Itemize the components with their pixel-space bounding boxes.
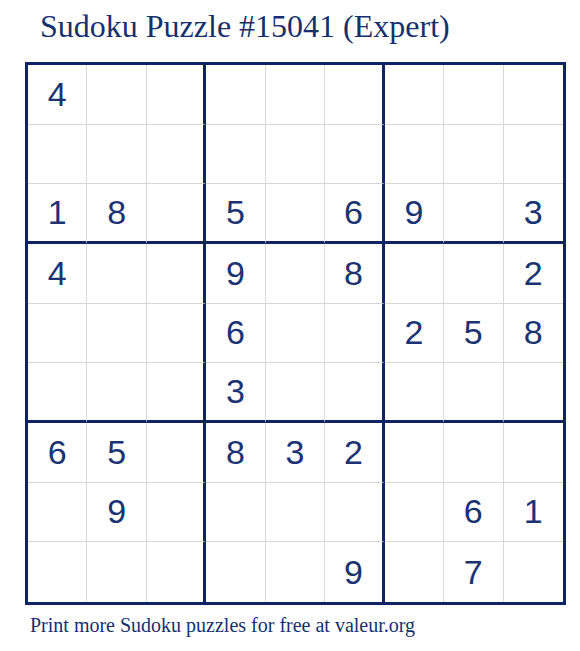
cell-r3c7[interactable]: 9 — [385, 184, 444, 244]
cell-r3c6[interactable]: 6 — [325, 184, 384, 244]
cell-r1c3[interactable] — [147, 65, 206, 125]
cell-r9c8[interactable]: 7 — [444, 542, 503, 602]
cell-r7c3[interactable] — [147, 423, 206, 483]
cell-r4c9[interactable]: 2 — [504, 244, 563, 304]
cell-r6c3[interactable] — [147, 363, 206, 423]
cell-r3c1[interactable]: 1 — [28, 184, 87, 244]
cell-r8c6[interactable] — [325, 483, 384, 543]
cell-r4c3[interactable] — [147, 244, 206, 304]
footer-text: Print more Sudoku puzzles for free at va… — [30, 614, 415, 637]
cell-r2c9[interactable] — [504, 125, 563, 185]
sudoku-page: Sudoku Puzzle #15041 (Expert) 4185693498… — [0, 0, 580, 651]
cell-r3c8[interactable] — [444, 184, 503, 244]
cell-r6c7[interactable] — [385, 363, 444, 423]
cell-r9c6[interactable]: 9 — [325, 542, 384, 602]
cell-r5c8[interactable]: 5 — [444, 304, 503, 364]
cell-r2c7[interactable] — [385, 125, 444, 185]
cell-r4c8[interactable] — [444, 244, 503, 304]
cell-r5c7[interactable]: 2 — [385, 304, 444, 364]
cell-r5c6[interactable] — [325, 304, 384, 364]
cell-r4c7[interactable] — [385, 244, 444, 304]
cell-r7c8[interactable] — [444, 423, 503, 483]
cell-r7c4[interactable]: 8 — [206, 423, 265, 483]
cell-r9c9[interactable] — [504, 542, 563, 602]
cell-r6c6[interactable] — [325, 363, 384, 423]
cell-r4c4[interactable]: 9 — [206, 244, 265, 304]
cell-r7c5[interactable]: 3 — [266, 423, 325, 483]
cell-r9c3[interactable] — [147, 542, 206, 602]
cell-r8c9[interactable]: 1 — [504, 483, 563, 543]
cell-r2c8[interactable] — [444, 125, 503, 185]
cell-r6c4[interactable]: 3 — [206, 363, 265, 423]
cell-r9c7[interactable] — [385, 542, 444, 602]
page-title: Sudoku Puzzle #15041 (Expert) — [40, 8, 450, 45]
cell-r7c6[interactable]: 2 — [325, 423, 384, 483]
sudoku-board: 41856934982625836583296197 — [25, 62, 566, 605]
cell-r5c4[interactable]: 6 — [206, 304, 265, 364]
cell-r6c8[interactable] — [444, 363, 503, 423]
cell-r2c1[interactable] — [28, 125, 87, 185]
cell-r5c1[interactable] — [28, 304, 87, 364]
cell-r4c2[interactable] — [87, 244, 146, 304]
cell-r1c8[interactable] — [444, 65, 503, 125]
cell-r2c2[interactable] — [87, 125, 146, 185]
cell-r8c3[interactable] — [147, 483, 206, 543]
cell-r1c9[interactable] — [504, 65, 563, 125]
cell-r1c7[interactable] — [385, 65, 444, 125]
cell-r3c3[interactable] — [147, 184, 206, 244]
cell-r8c2[interactable]: 9 — [87, 483, 146, 543]
cell-r7c9[interactable] — [504, 423, 563, 483]
cell-r6c9[interactable] — [504, 363, 563, 423]
cell-r5c9[interactable]: 8 — [504, 304, 563, 364]
cell-r3c2[interactable]: 8 — [87, 184, 146, 244]
cell-r2c6[interactable] — [325, 125, 384, 185]
cell-r3c9[interactable]: 3 — [504, 184, 563, 244]
cell-r9c5[interactable] — [266, 542, 325, 602]
cell-r2c4[interactable] — [206, 125, 265, 185]
cell-r8c8[interactable]: 6 — [444, 483, 503, 543]
cell-r5c5[interactable] — [266, 304, 325, 364]
cell-r9c1[interactable] — [28, 542, 87, 602]
cell-r1c5[interactable] — [266, 65, 325, 125]
cell-r4c6[interactable]: 8 — [325, 244, 384, 304]
cell-r7c7[interactable] — [385, 423, 444, 483]
cell-r3c5[interactable] — [266, 184, 325, 244]
cell-r1c6[interactable] — [325, 65, 384, 125]
cell-r6c1[interactable] — [28, 363, 87, 423]
cell-r6c5[interactable] — [266, 363, 325, 423]
cell-r4c5[interactable] — [266, 244, 325, 304]
cell-r1c2[interactable] — [87, 65, 146, 125]
cell-r7c2[interactable]: 5 — [87, 423, 146, 483]
cell-r4c1[interactable]: 4 — [28, 244, 87, 304]
cell-r8c7[interactable] — [385, 483, 444, 543]
cell-r8c1[interactable] — [28, 483, 87, 543]
cell-r9c2[interactable] — [87, 542, 146, 602]
cell-r3c4[interactable]: 5 — [206, 184, 265, 244]
cell-r6c2[interactable] — [87, 363, 146, 423]
cell-r1c4[interactable] — [206, 65, 265, 125]
cell-r7c1[interactable]: 6 — [28, 423, 87, 483]
cell-r5c3[interactable] — [147, 304, 206, 364]
cell-r8c4[interactable] — [206, 483, 265, 543]
cell-r9c4[interactable] — [206, 542, 265, 602]
cell-r2c3[interactable] — [147, 125, 206, 185]
cell-r1c1[interactable]: 4 — [28, 65, 87, 125]
cell-r8c5[interactable] — [266, 483, 325, 543]
cell-r2c5[interactable] — [266, 125, 325, 185]
cell-r5c2[interactable] — [87, 304, 146, 364]
